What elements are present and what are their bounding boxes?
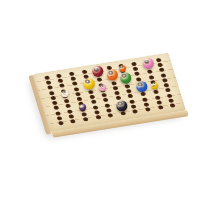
peg-hole xyxy=(58,121,64,126)
peg-hole xyxy=(108,113,114,118)
peg-hole xyxy=(170,104,176,109)
ball-orange-small[interactable] xyxy=(120,65,127,72)
ball-blue[interactable] xyxy=(136,81,147,92)
pegboard xyxy=(33,53,186,132)
ball-pink[interactable] xyxy=(142,58,153,69)
peg-hole xyxy=(157,105,163,110)
hole-cell-r9c9[interactable] xyxy=(166,102,180,109)
ball-orange[interactable] xyxy=(107,69,118,80)
product-photo-scene xyxy=(0,0,200,200)
ball-dark-red[interactable] xyxy=(93,66,104,77)
peg-hole xyxy=(120,111,126,116)
ball-yellow[interactable] xyxy=(83,78,94,89)
ball-black[interactable] xyxy=(116,100,127,111)
peg-hole xyxy=(132,109,138,114)
peg-hole xyxy=(145,107,151,112)
ball-yellow-small[interactable] xyxy=(151,82,158,89)
peg-hole xyxy=(70,119,76,124)
peg-hole xyxy=(95,115,101,120)
peg-hole xyxy=(83,117,89,122)
ball-green[interactable] xyxy=(121,73,132,84)
